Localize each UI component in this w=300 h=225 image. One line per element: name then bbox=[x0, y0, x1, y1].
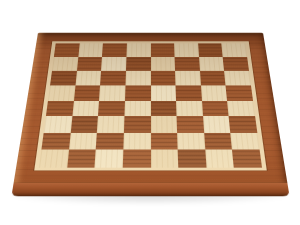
square-d2[interactable] bbox=[123, 133, 150, 150]
square-g6[interactable] bbox=[200, 71, 226, 86]
square-b4[interactable] bbox=[72, 101, 99, 117]
square-a3[interactable] bbox=[44, 116, 72, 132]
square-h2[interactable] bbox=[231, 133, 260, 150]
square-d4[interactable] bbox=[124, 101, 150, 117]
square-a4[interactable] bbox=[46, 101, 74, 117]
square-f6[interactable] bbox=[175, 71, 201, 86]
square-d6[interactable] bbox=[125, 71, 150, 86]
square-e8[interactable] bbox=[151, 43, 175, 56]
square-h5[interactable] bbox=[226, 85, 253, 100]
square-f5[interactable] bbox=[176, 85, 202, 100]
board-front-edge bbox=[11, 183, 289, 197]
square-b6[interactable] bbox=[75, 71, 101, 86]
square-c6[interactable] bbox=[100, 71, 126, 86]
square-g7[interactable] bbox=[199, 57, 225, 71]
square-b8[interactable] bbox=[78, 43, 103, 56]
square-f8[interactable] bbox=[174, 43, 199, 56]
square-g5[interactable] bbox=[201, 85, 228, 100]
square-f7[interactable] bbox=[175, 57, 200, 71]
square-e4[interactable] bbox=[151, 101, 177, 117]
board-grid bbox=[39, 43, 262, 167]
square-g8[interactable] bbox=[198, 43, 223, 56]
square-e7[interactable] bbox=[151, 57, 176, 71]
square-c8[interactable] bbox=[102, 43, 127, 56]
square-e2[interactable] bbox=[151, 133, 178, 150]
square-c1[interactable] bbox=[95, 150, 123, 168]
square-e6[interactable] bbox=[151, 71, 176, 86]
square-f4[interactable] bbox=[176, 101, 203, 117]
square-a5[interactable] bbox=[48, 85, 75, 100]
square-c5[interactable] bbox=[99, 85, 125, 100]
square-c2[interactable] bbox=[96, 133, 124, 150]
square-b7[interactable] bbox=[77, 57, 103, 71]
square-g1[interactable] bbox=[205, 150, 234, 168]
square-b1[interactable] bbox=[67, 150, 96, 168]
square-b3[interactable] bbox=[70, 116, 98, 132]
square-g3[interactable] bbox=[203, 116, 231, 132]
square-a2[interactable] bbox=[41, 133, 70, 150]
square-a6[interactable] bbox=[50, 71, 77, 86]
square-f3[interactable] bbox=[177, 116, 204, 132]
square-d5[interactable] bbox=[125, 85, 151, 100]
square-d3[interactable] bbox=[124, 116, 151, 132]
square-b2[interactable] bbox=[69, 133, 97, 150]
square-h4[interactable] bbox=[227, 101, 255, 117]
square-a1[interactable] bbox=[39, 150, 69, 168]
chessboard bbox=[11, 33, 289, 197]
square-c4[interactable] bbox=[98, 101, 125, 117]
square-d8[interactable] bbox=[126, 43, 150, 56]
square-a8[interactable] bbox=[54, 43, 80, 56]
square-h3[interactable] bbox=[229, 116, 257, 132]
square-c7[interactable] bbox=[101, 57, 126, 71]
square-e3[interactable] bbox=[151, 116, 178, 132]
square-c3[interactable] bbox=[97, 116, 124, 132]
square-h7[interactable] bbox=[223, 57, 249, 71]
square-d1[interactable] bbox=[123, 150, 151, 168]
board-inner-border bbox=[34, 41, 267, 170]
square-h1[interactable] bbox=[232, 150, 262, 168]
square-d7[interactable] bbox=[126, 57, 151, 71]
square-h6[interactable] bbox=[224, 71, 251, 86]
board-photo bbox=[0, 0, 300, 225]
square-b5[interactable] bbox=[74, 85, 101, 100]
square-f1[interactable] bbox=[178, 150, 206, 168]
square-g4[interactable] bbox=[202, 101, 229, 117]
square-e5[interactable] bbox=[151, 85, 177, 100]
square-g2[interactable] bbox=[204, 133, 232, 150]
square-e1[interactable] bbox=[151, 150, 179, 168]
square-a7[interactable] bbox=[52, 57, 78, 71]
square-f2[interactable] bbox=[177, 133, 205, 150]
square-h8[interactable] bbox=[222, 43, 248, 56]
